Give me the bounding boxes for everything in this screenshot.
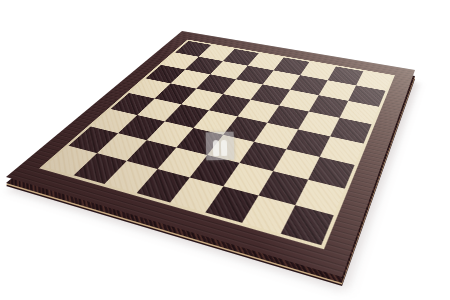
photo-canvas <box>0 0 450 300</box>
stock-watermark-icon <box>206 132 235 161</box>
watermark-glyph-right <box>221 140 227 156</box>
watermark-glyph-left <box>213 140 219 156</box>
